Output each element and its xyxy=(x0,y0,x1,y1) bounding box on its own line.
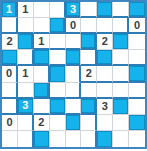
cell-r1c2[interactable]: 1 xyxy=(18,2,34,18)
cell-r4c8[interactable] xyxy=(113,50,129,66)
cell-r2c8[interactable] xyxy=(113,18,129,34)
cell-r9c9[interactable] xyxy=(129,131,145,147)
cell-r7c2[interactable]: 3 xyxy=(18,99,34,115)
cell-r5c1[interactable]: 0 xyxy=(2,66,18,82)
cell-r9c8[interactable] xyxy=(113,131,129,147)
cell-r6c6[interactable] xyxy=(81,83,97,99)
clue-digit: 3 xyxy=(22,100,28,111)
cell-r6c4[interactable] xyxy=(50,83,66,99)
cell-r9c1[interactable] xyxy=(2,131,18,147)
cell-r2c5[interactable]: 0 xyxy=(66,18,82,34)
cell-r1c3[interactable] xyxy=(34,2,50,18)
cell-r9c3[interactable] xyxy=(34,131,50,147)
cell-r1c9[interactable] xyxy=(129,2,145,18)
cell-r8c3[interactable]: 2 xyxy=(34,115,50,131)
cell-r3c7[interactable]: 2 xyxy=(97,34,113,50)
puzzle-screenshot: 113002120123302 xyxy=(0,0,147,151)
cell-r1c8[interactable] xyxy=(113,2,129,18)
cell-r5c5[interactable] xyxy=(66,66,82,82)
cell-r5c4[interactable] xyxy=(50,66,66,82)
cell-r5c2[interactable]: 1 xyxy=(18,66,34,82)
cell-r6c2[interactable] xyxy=(18,83,34,99)
cell-r7c3[interactable] xyxy=(34,99,50,115)
cell-r1c6[interactable] xyxy=(81,2,97,18)
cell-r7c6[interactable] xyxy=(81,99,97,115)
clue-digit: 2 xyxy=(86,68,92,79)
heyawake-board: 113002120123302 xyxy=(0,0,147,149)
cell-r2c3[interactable] xyxy=(34,18,50,34)
cell-r8c6[interactable] xyxy=(81,115,97,131)
cell-r9c4[interactable] xyxy=(50,131,66,147)
cell-r8c9[interactable] xyxy=(129,115,145,131)
clue-digit: 2 xyxy=(38,117,44,128)
cell-r4c4[interactable] xyxy=(50,50,66,66)
cell-r8c4[interactable] xyxy=(50,115,66,131)
clue-digit: 1 xyxy=(38,36,44,47)
cell-r1c5[interactable]: 3 xyxy=(66,2,82,18)
cell-r6c9[interactable] xyxy=(129,83,145,99)
cell-r2c6[interactable] xyxy=(81,18,97,34)
cell-r2c7[interactable] xyxy=(97,18,113,34)
cell-r6c7[interactable] xyxy=(97,83,113,99)
cell-r2c9[interactable]: 0 xyxy=(129,18,145,34)
cell-r8c8[interactable] xyxy=(113,115,129,131)
clue-digit: 3 xyxy=(102,101,108,112)
cell-r3c5[interactable] xyxy=(66,34,82,50)
cell-r1c4[interactable] xyxy=(50,2,66,18)
cell-r3c3[interactable]: 1 xyxy=(34,34,50,50)
cell-r4c9[interactable] xyxy=(129,50,145,66)
cell-r3c4[interactable] xyxy=(50,34,66,50)
cell-r1c1[interactable]: 1 xyxy=(2,2,18,18)
clue-digit: 3 xyxy=(70,4,76,15)
cell-r5c6[interactable]: 2 xyxy=(81,66,97,82)
cell-r2c1[interactable] xyxy=(2,18,18,34)
cell-r9c5[interactable] xyxy=(66,131,82,147)
cell-r8c7[interactable] xyxy=(97,115,113,131)
cell-r5c3[interactable] xyxy=(34,66,50,82)
cell-r3c1[interactable]: 2 xyxy=(2,34,18,50)
cell-r4c3[interactable] xyxy=(34,50,50,66)
cell-r3c8[interactable] xyxy=(113,34,129,50)
clue-digit: 2 xyxy=(6,36,12,47)
cell-r7c5[interactable] xyxy=(66,99,82,115)
cell-r3c6[interactable] xyxy=(81,34,97,50)
clue-digit: 0 xyxy=(6,117,12,128)
cell-r6c1[interactable] xyxy=(2,83,18,99)
cell-r5c7[interactable] xyxy=(97,66,113,82)
cell-r6c3[interactable] xyxy=(34,83,50,99)
cell-r2c2[interactable] xyxy=(18,18,34,34)
clue-digit: 1 xyxy=(22,4,28,15)
cell-r3c2[interactable] xyxy=(18,34,34,50)
cell-r9c7[interactable] xyxy=(97,131,113,147)
cell-r7c4[interactable] xyxy=(50,99,66,115)
cell-r7c8[interactable] xyxy=(113,99,129,115)
clue-digit: 0 xyxy=(6,68,12,79)
cell-r3c9[interactable] xyxy=(129,34,145,50)
cell-r6c8[interactable] xyxy=(113,83,129,99)
cell-r7c7[interactable]: 3 xyxy=(97,99,113,115)
cell-r7c9[interactable] xyxy=(129,99,145,115)
cell-r4c2[interactable] xyxy=(18,50,34,66)
cell-r5c8[interactable] xyxy=(113,66,129,82)
cell-r4c5[interactable] xyxy=(66,50,82,66)
clue-digit: 1 xyxy=(6,4,12,15)
cell-r4c1[interactable] xyxy=(2,50,18,66)
cell-r2c4[interactable] xyxy=(50,18,66,34)
cell-r4c7[interactable] xyxy=(97,50,113,66)
cell-r8c2[interactable] xyxy=(18,115,34,131)
clue-digit: 1 xyxy=(22,68,28,79)
cell-r1c7[interactable] xyxy=(97,2,113,18)
cell-r9c2[interactable] xyxy=(18,131,34,147)
cell-r6c5[interactable] xyxy=(66,83,82,99)
cell-r8c5[interactable] xyxy=(66,115,82,131)
cell-r9c6[interactable] xyxy=(81,131,97,147)
clue-digit: 0 xyxy=(70,20,76,31)
cell-r7c1[interactable] xyxy=(2,99,18,115)
clue-digit: 2 xyxy=(102,36,108,47)
cell-r8c1[interactable]: 0 xyxy=(2,115,18,131)
cell-r5c9[interactable] xyxy=(129,66,145,82)
clue-digit: 0 xyxy=(134,20,140,31)
cell-r4c6[interactable] xyxy=(81,50,97,66)
